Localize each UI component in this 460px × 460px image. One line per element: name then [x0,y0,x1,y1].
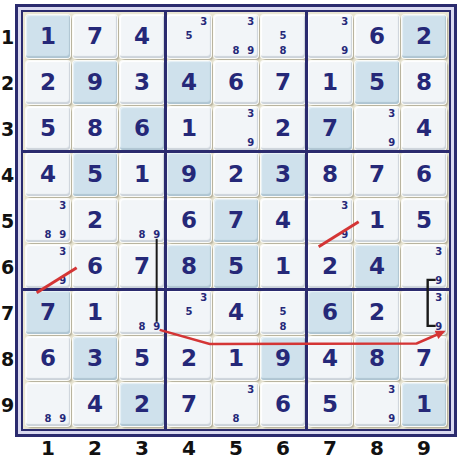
cell-r2c6[interactable]: 7 [261,61,305,104]
cell-r6c4[interactable]: 8 [167,245,211,288]
cell-value: 3 [87,347,103,370]
cell-value: 2 [87,209,103,232]
cell-value: 5 [322,393,338,416]
candidate-8: 8 [139,322,146,332]
cell-value: 5 [87,163,103,186]
cell-r4c3[interactable]: 1 [120,153,164,196]
cell-value: 8 [416,71,432,94]
cell-value: 5 [228,255,244,278]
cell-r2c4[interactable]: 4 [167,61,211,104]
cell-value: 5 [134,347,150,370]
cell-value: 2 [275,117,291,140]
cell-r8c1[interactable]: 6 [26,337,70,380]
candidate-8: 8 [280,46,287,56]
row-label-5: 5 [0,199,15,242]
cell-value: 6 [181,209,197,232]
cell-value: 2 [134,393,150,416]
cell-r5c3[interactable]: 89 [120,199,164,242]
column-label-6: 6 [261,436,305,460]
cell-r3c8[interactable]: 39 [355,107,399,150]
cell-r3c5[interactable]: 39 [214,107,258,150]
candidate-3: 3 [341,17,348,27]
cell-value: 5 [416,209,432,232]
cell-r5c7[interactable]: 39 [308,199,352,242]
cells-grid: 1743538958396229346715858613927394451923… [26,15,446,426]
cell-value: 8 [87,117,103,140]
candidate-3: 3 [341,201,348,211]
cell-r7c1[interactable]: 7 [26,291,70,334]
cell-r6c9[interactable]: 39 [402,245,446,288]
cell-value: 2 [181,347,197,370]
cell-r8c9[interactable]: 7 [402,337,446,380]
candidate-9: 9 [59,414,66,424]
cell-r1c1[interactable]: 1 [26,15,70,58]
cell-value: 6 [87,255,103,278]
cell-r1c2[interactable]: 7 [73,15,117,58]
row-label-3: 3 [0,107,15,150]
cell-r2c7[interactable]: 1 [308,61,352,104]
candidate-3: 3 [435,247,442,257]
box-border-vertical-1 [164,12,167,429]
candidate-8: 8 [233,414,240,424]
cell-value: 6 [134,117,150,140]
column-label-8: 8 [355,436,399,460]
cell-r3c1[interactable]: 5 [26,107,70,150]
candidate-9: 9 [435,276,442,286]
cell-value: 4 [369,255,385,278]
cell-r2c5[interactable]: 6 [214,61,258,104]
column-label-5: 5 [214,436,258,460]
cell-r5c4[interactable]: 6 [167,199,211,242]
cell-value: 7 [322,117,338,140]
cell-r1c3[interactable]: 4 [120,15,164,58]
cell-r9c9[interactable]: 1 [402,383,446,426]
candidate-9: 9 [341,230,348,240]
cell-r9c2[interactable]: 4 [73,383,117,426]
box-border-horizontal-2 [23,288,449,291]
candidate-5: 5 [186,31,193,41]
cell-r3c3[interactable]: 6 [120,107,164,150]
column-label-3: 3 [120,436,164,460]
cell-r1c6[interactable]: 58 [261,15,305,58]
cell-value: 3 [275,163,291,186]
cell-value: 1 [134,163,150,186]
cell-r5c6[interactable]: 4 [261,199,305,242]
candidate-9: 9 [153,322,160,332]
cell-r1c9[interactable]: 2 [402,15,446,58]
cell-r6c7[interactable]: 2 [308,245,352,288]
cell-value: 2 [40,71,56,94]
candidate-8: 8 [45,414,52,424]
cell-value: 1 [40,25,56,48]
cell-value: 9 [87,71,103,94]
cell-value: 1 [181,117,197,140]
candidate-9: 9 [59,230,66,240]
cell-value: 1 [87,301,103,324]
cell-value: 7 [416,347,432,370]
candidate-3: 3 [388,109,395,119]
candidate-9: 9 [341,46,348,56]
candidate-5: 5 [280,31,287,41]
cell-r9c5[interactable]: 38 [214,383,258,426]
cell-value: 6 [40,347,56,370]
cell-value: 2 [228,163,244,186]
cell-r7c3[interactable]: 89 [120,291,164,334]
candidate-9: 9 [435,322,442,332]
row-label-8: 8 [0,337,15,380]
candidate-8: 8 [280,322,287,332]
cell-value: 4 [416,117,432,140]
cell-r3c9[interactable]: 4 [402,107,446,150]
cell-value: 4 [40,163,56,186]
cell-r7c5[interactable]: 4 [214,291,258,334]
cell-value: 7 [134,255,150,278]
cell-r6c6[interactable]: 1 [261,245,305,288]
cell-r8c3[interactable]: 5 [120,337,164,380]
board-frame: 1743538958396229346715858613927394451923… [21,10,451,431]
candidate-3: 3 [247,385,254,395]
cell-r6c2[interactable]: 6 [73,245,117,288]
cell-value: 1 [228,347,244,370]
cell-r4c6[interactable]: 3 [261,153,305,196]
candidate-9: 9 [388,138,395,148]
cell-r7c7[interactable]: 6 [308,291,352,334]
cell-value: 8 [181,255,197,278]
cell-r4c1[interactable]: 4 [26,153,70,196]
cell-r7c9[interactable]: 39 [402,291,446,334]
candidate-3: 3 [59,201,66,211]
cell-value: 4 [322,347,338,370]
cell-r2c3[interactable]: 3 [120,61,164,104]
column-label-4: 4 [167,436,211,460]
cell-r8c4[interactable]: 2 [167,337,211,380]
cell-r7c6[interactable]: 58 [261,291,305,334]
row-label-1: 1 [0,15,15,58]
cell-r9c6[interactable]: 6 [261,383,305,426]
cell-value: 7 [369,163,385,186]
cell-value: 7 [87,25,103,48]
cell-value: 7 [275,71,291,94]
cell-value: 8 [369,347,385,370]
row-label-7: 7 [0,291,15,334]
sudoku-app: 123456789 174353895839622934671585861392… [0,0,460,460]
box-border-vertical-2 [305,12,308,429]
cell-value: 2 [369,301,385,324]
cell-r1c5[interactable]: 389 [214,15,258,58]
candidate-9: 9 [153,230,160,240]
row-labels: 123456789 [0,15,15,426]
cell-r2c9[interactable]: 8 [402,61,446,104]
cell-r5c9[interactable]: 5 [402,199,446,242]
cell-r7c4[interactable]: 35 [167,291,211,334]
column-label-9: 9 [402,436,446,460]
cell-r4c4[interactable]: 9 [167,153,211,196]
candidate-8: 8 [139,230,146,240]
candidate-9: 9 [388,414,395,424]
cell-r4c9[interactable]: 6 [402,153,446,196]
candidate-5: 5 [280,307,287,317]
cell-r1c7[interactable]: 39 [308,15,352,58]
candidate-3: 3 [200,293,207,303]
column-label-7: 7 [308,436,352,460]
column-labels: 123456789 [26,436,446,459]
row-label-4: 4 [0,153,15,196]
candidate-9: 9 [59,276,66,286]
cell-r8c5[interactable]: 1 [214,337,258,380]
cell-r8c8[interactable]: 8 [355,337,399,380]
cell-value: 3 [134,71,150,94]
cell-r7c2[interactable]: 1 [73,291,117,334]
column-label-2: 2 [73,436,117,460]
cell-r8c7[interactable]: 4 [308,337,352,380]
candidate-5: 5 [186,307,193,317]
cell-r2c1[interactable]: 2 [26,61,70,104]
cell-value: 9 [181,163,197,186]
candidate-3: 3 [59,247,66,257]
candidate-8: 8 [233,46,240,56]
cell-r8c6[interactable]: 9 [261,337,305,380]
candidate-3: 3 [435,293,442,303]
cell-value: 7 [40,301,56,324]
cell-r9c4[interactable]: 7 [167,383,211,426]
candidate-3: 3 [200,17,207,27]
cell-r6c5[interactable]: 5 [214,245,258,288]
row-label-6: 6 [0,245,15,288]
cell-value: 6 [322,301,338,324]
box-border-horizontal-1 [23,150,449,153]
cell-value: 1 [275,255,291,278]
cell-r8c2[interactable]: 3 [73,337,117,380]
cell-r6c3[interactable]: 7 [120,245,164,288]
cell-value: 2 [416,25,432,48]
cell-r4c7[interactable]: 8 [308,153,352,196]
cell-r9c3[interactable]: 2 [120,383,164,426]
cell-value: 6 [275,393,291,416]
cell-r4c2[interactable]: 5 [73,153,117,196]
cell-r6c8[interactable]: 4 [355,245,399,288]
cell-r7c8[interactable]: 2 [355,291,399,334]
cell-value: 6 [228,71,244,94]
cell-value: 5 [369,71,385,94]
cell-r4c5[interactable]: 2 [214,153,258,196]
cell-value: 4 [134,25,150,48]
column-label-1: 1 [26,436,70,460]
candidate-3: 3 [388,385,395,395]
cell-r3c4[interactable]: 1 [167,107,211,150]
cell-value: 1 [322,71,338,94]
cell-r1c4[interactable]: 35 [167,15,211,58]
cell-r6c1[interactable]: 39 [26,245,70,288]
row-label-2: 2 [0,61,15,104]
row-label-9: 9 [0,383,15,426]
cell-value: 1 [416,393,432,416]
cell-r1c8[interactable]: 6 [355,15,399,58]
cell-value: 8 [322,163,338,186]
cell-value: 4 [87,393,103,416]
cell-r5c8[interactable]: 1 [355,199,399,242]
cell-r2c8[interactable]: 5 [355,61,399,104]
cell-r9c8[interactable]: 39 [355,383,399,426]
cell-r5c2[interactable]: 2 [73,199,117,242]
cell-r9c1[interactable]: 89 [26,383,70,426]
candidate-8: 8 [45,230,52,240]
cell-r2c2[interactable]: 9 [73,61,117,104]
cell-value: 7 [181,393,197,416]
cell-r4c8[interactable]: 7 [355,153,399,196]
cell-r3c7[interactable]: 7 [308,107,352,150]
cell-value: 7 [228,209,244,232]
candidate-3: 3 [247,109,254,119]
cell-value: 4 [181,71,197,94]
cell-r3c6[interactable]: 2 [261,107,305,150]
cell-value: 2 [322,255,338,278]
cell-r9c7[interactable]: 5 [308,383,352,426]
cell-value: 1 [369,209,385,232]
cell-value: 4 [275,209,291,232]
cell-r5c1[interactable]: 389 [26,199,70,242]
cell-value: 6 [416,163,432,186]
cell-value: 6 [369,25,385,48]
sudoku-board: 1743538958396229346715858613927394451923… [15,4,457,437]
cell-value: 9 [275,347,291,370]
cell-r5c5[interactable]: 7 [214,199,258,242]
cell-r3c2[interactable]: 8 [73,107,117,150]
candidate-9: 9 [247,138,254,148]
candidate-9: 9 [247,46,254,56]
cell-value: 5 [40,117,56,140]
candidate-3: 3 [247,17,254,27]
cell-value: 4 [228,301,244,324]
